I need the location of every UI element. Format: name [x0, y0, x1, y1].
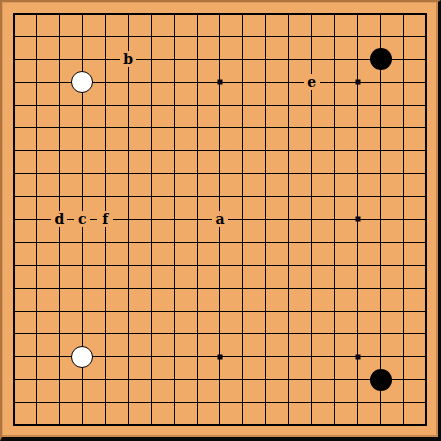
intersection-T3[interactable]: [415, 368, 438, 391]
intersection-A16[interactable]: [2, 71, 25, 94]
intersection-S12[interactable]: [392, 162, 415, 185]
intersection-K18[interactable]: [209, 25, 232, 48]
intersection-F3[interactable]: [117, 368, 140, 391]
intersection-T12[interactable]: [415, 162, 438, 185]
intersection-B9[interactable]: [25, 231, 48, 254]
intersection-N9[interactable]: [277, 231, 300, 254]
intersection-G13[interactable]: [140, 139, 163, 162]
intersection-A2[interactable]: [2, 391, 25, 414]
intersection-M18[interactable]: [254, 25, 277, 48]
intersection-O7[interactable]: [300, 277, 323, 300]
intersection-F8[interactable]: [117, 254, 140, 277]
intersection-O9[interactable]: [300, 231, 323, 254]
intersection-E13[interactable]: [94, 139, 117, 162]
intersection-O17[interactable]: [300, 48, 323, 71]
intersection-C4[interactable]: [48, 345, 71, 368]
intersection-M6[interactable]: [254, 300, 277, 323]
intersection-E8[interactable]: [94, 254, 117, 277]
intersection-F7[interactable]: [117, 277, 140, 300]
intersection-F13[interactable]: [117, 139, 140, 162]
intersection-B18[interactable]: [25, 25, 48, 48]
intersection-P3[interactable]: [323, 368, 346, 391]
intersection-K17[interactable]: [209, 48, 232, 71]
intersection-E6[interactable]: [94, 300, 117, 323]
intersection-G6[interactable]: [140, 300, 163, 323]
intersection-A12[interactable]: [2, 162, 25, 185]
intersection-D2[interactable]: [71, 391, 94, 414]
intersection-E15[interactable]: [94, 94, 117, 117]
intersection-Q17[interactable]: [346, 48, 369, 71]
intersection-L9[interactable]: [231, 231, 254, 254]
intersection-G7[interactable]: [140, 277, 163, 300]
intersection-K13[interactable]: [209, 139, 232, 162]
intersection-F11[interactable]: [117, 185, 140, 208]
intersection-D9[interactable]: [71, 231, 94, 254]
intersection-L4[interactable]: [231, 345, 254, 368]
intersection-E10[interactable]: f: [94, 208, 117, 231]
intersection-H5[interactable]: [163, 323, 186, 346]
intersection-Q3[interactable]: [346, 368, 369, 391]
intersection-D11[interactable]: [71, 185, 94, 208]
intersection-G18[interactable]: [140, 25, 163, 48]
intersection-M16[interactable]: [254, 71, 277, 94]
intersection-A13[interactable]: [2, 139, 25, 162]
intersection-C2[interactable]: [48, 391, 71, 414]
intersection-T11[interactable]: [415, 185, 438, 208]
intersection-H18[interactable]: [163, 25, 186, 48]
intersection-G2[interactable]: [140, 391, 163, 414]
intersection-E14[interactable]: [94, 116, 117, 139]
intersection-G10[interactable]: [140, 208, 163, 231]
intersection-F19[interactable]: [117, 2, 140, 25]
intersection-J13[interactable]: [186, 139, 209, 162]
intersection-C13[interactable]: [48, 139, 71, 162]
intersection-H4[interactable]: [163, 345, 186, 368]
intersection-Q2[interactable]: [346, 391, 369, 414]
intersection-L6[interactable]: [231, 300, 254, 323]
intersection-B11[interactable]: [25, 185, 48, 208]
intersection-S16[interactable]: [392, 71, 415, 94]
intersection-S8[interactable]: [392, 254, 415, 277]
intersection-J2[interactable]: [186, 391, 209, 414]
intersection-K4[interactable]: [209, 345, 232, 368]
intersection-P12[interactable]: [323, 162, 346, 185]
intersection-C5[interactable]: [48, 323, 71, 346]
intersection-N17[interactable]: [277, 48, 300, 71]
intersection-S11[interactable]: [392, 185, 415, 208]
intersection-B14[interactable]: [25, 116, 48, 139]
intersection-E2[interactable]: [94, 391, 117, 414]
intersection-S1[interactable]: [392, 414, 415, 437]
intersection-P17[interactable]: [323, 48, 346, 71]
intersection-S15[interactable]: [392, 94, 415, 117]
intersection-D19[interactable]: [71, 2, 94, 25]
intersection-O1[interactable]: [300, 414, 323, 437]
intersection-K6[interactable]: [209, 300, 232, 323]
intersection-T13[interactable]: [415, 139, 438, 162]
intersection-H2[interactable]: [163, 391, 186, 414]
intersection-O5[interactable]: [300, 323, 323, 346]
intersection-A10[interactable]: [2, 208, 25, 231]
intersection-C18[interactable]: [48, 25, 71, 48]
intersection-L2[interactable]: [231, 391, 254, 414]
intersection-N5[interactable]: [277, 323, 300, 346]
intersection-F9[interactable]: [117, 231, 140, 254]
intersection-T18[interactable]: [415, 25, 438, 48]
intersection-A9[interactable]: [2, 231, 25, 254]
intersection-J5[interactable]: [186, 323, 209, 346]
intersection-G8[interactable]: [140, 254, 163, 277]
intersection-Q12[interactable]: [346, 162, 369, 185]
intersection-E12[interactable]: [94, 162, 117, 185]
intersection-S18[interactable]: [392, 25, 415, 48]
intersection-F4[interactable]: [117, 345, 140, 368]
intersection-R14[interactable]: [369, 116, 392, 139]
intersection-S5[interactable]: [392, 323, 415, 346]
intersection-C11[interactable]: [48, 185, 71, 208]
intersection-O12[interactable]: [300, 162, 323, 185]
intersection-J1[interactable]: [186, 414, 209, 437]
intersection-C3[interactable]: [48, 368, 71, 391]
intersection-N16[interactable]: [277, 71, 300, 94]
intersection-Q8[interactable]: [346, 254, 369, 277]
intersection-A18[interactable]: [2, 25, 25, 48]
intersection-N1[interactable]: [277, 414, 300, 437]
intersection-R13[interactable]: [369, 139, 392, 162]
intersection-H10[interactable]: [163, 208, 186, 231]
intersection-K14[interactable]: [209, 116, 232, 139]
intersection-E7[interactable]: [94, 277, 117, 300]
intersection-N8[interactable]: [277, 254, 300, 277]
intersection-Q4[interactable]: [346, 345, 369, 368]
intersection-D3[interactable]: [71, 368, 94, 391]
intersection-D1[interactable]: [71, 414, 94, 437]
intersection-N2[interactable]: [277, 391, 300, 414]
intersection-O14[interactable]: [300, 116, 323, 139]
intersection-A6[interactable]: [2, 300, 25, 323]
intersection-N11[interactable]: [277, 185, 300, 208]
intersection-Q6[interactable]: [346, 300, 369, 323]
intersection-B16[interactable]: [25, 71, 48, 94]
intersection-B17[interactable]: [25, 48, 48, 71]
intersection-K5[interactable]: [209, 323, 232, 346]
intersection-P10[interactable]: [323, 208, 346, 231]
intersection-R3[interactable]: [369, 368, 392, 391]
intersection-M2[interactable]: [254, 391, 277, 414]
intersection-Q14[interactable]: [346, 116, 369, 139]
intersection-R7[interactable]: [369, 277, 392, 300]
intersection-T9[interactable]: [415, 231, 438, 254]
intersection-H11[interactable]: [163, 185, 186, 208]
intersection-R10[interactable]: [369, 208, 392, 231]
intersection-D14[interactable]: [71, 116, 94, 139]
intersection-S4[interactable]: [392, 345, 415, 368]
intersection-J7[interactable]: [186, 277, 209, 300]
intersection-D10[interactable]: c: [71, 208, 94, 231]
intersection-C15[interactable]: [48, 94, 71, 117]
intersection-B8[interactable]: [25, 254, 48, 277]
intersection-P2[interactable]: [323, 391, 346, 414]
intersection-N7[interactable]: [277, 277, 300, 300]
intersection-A11[interactable]: [2, 185, 25, 208]
intersection-O3[interactable]: [300, 368, 323, 391]
intersection-N15[interactable]: [277, 94, 300, 117]
intersection-G15[interactable]: [140, 94, 163, 117]
intersection-C1[interactable]: [48, 414, 71, 437]
intersection-C16[interactable]: [48, 71, 71, 94]
intersection-G1[interactable]: [140, 414, 163, 437]
intersection-F17[interactable]: b: [117, 48, 140, 71]
intersection-E4[interactable]: [94, 345, 117, 368]
intersection-R1[interactable]: [369, 414, 392, 437]
intersection-S6[interactable]: [392, 300, 415, 323]
intersection-P13[interactable]: [323, 139, 346, 162]
intersection-D4[interactable]: [71, 345, 94, 368]
intersection-T2[interactable]: [415, 391, 438, 414]
intersection-J11[interactable]: [186, 185, 209, 208]
intersection-K10[interactable]: a: [209, 208, 232, 231]
intersection-L10[interactable]: [231, 208, 254, 231]
intersection-A4[interactable]: [2, 345, 25, 368]
intersection-N10[interactable]: [277, 208, 300, 231]
intersection-J9[interactable]: [186, 231, 209, 254]
intersection-Q10[interactable]: [346, 208, 369, 231]
intersection-C9[interactable]: [48, 231, 71, 254]
intersection-P11[interactable]: [323, 185, 346, 208]
intersection-P8[interactable]: [323, 254, 346, 277]
intersection-F5[interactable]: [117, 323, 140, 346]
intersection-Q9[interactable]: [346, 231, 369, 254]
intersection-B6[interactable]: [25, 300, 48, 323]
intersection-B15[interactable]: [25, 94, 48, 117]
intersection-F10[interactable]: [117, 208, 140, 231]
intersection-S19[interactable]: [392, 2, 415, 25]
intersection-A19[interactable]: [2, 2, 25, 25]
intersection-E17[interactable]: [94, 48, 117, 71]
intersection-L16[interactable]: [231, 71, 254, 94]
intersection-G16[interactable]: [140, 71, 163, 94]
intersection-M4[interactable]: [254, 345, 277, 368]
intersection-M12[interactable]: [254, 162, 277, 185]
intersection-C10[interactable]: d: [48, 208, 71, 231]
intersection-S3[interactable]: [392, 368, 415, 391]
intersection-K19[interactable]: [209, 2, 232, 25]
intersection-T4[interactable]: [415, 345, 438, 368]
intersection-B12[interactable]: [25, 162, 48, 185]
intersection-P4[interactable]: [323, 345, 346, 368]
intersection-H19[interactable]: [163, 2, 186, 25]
intersection-T15[interactable]: [415, 94, 438, 117]
intersection-G5[interactable]: [140, 323, 163, 346]
intersection-S17[interactable]: [392, 48, 415, 71]
intersection-O19[interactable]: [300, 2, 323, 25]
intersection-K9[interactable]: [209, 231, 232, 254]
intersection-C19[interactable]: [48, 2, 71, 25]
intersection-J14[interactable]: [186, 116, 209, 139]
intersection-R16[interactable]: [369, 71, 392, 94]
intersection-J16[interactable]: [186, 71, 209, 94]
intersection-K2[interactable]: [209, 391, 232, 414]
intersection-B19[interactable]: [25, 2, 48, 25]
intersection-F1[interactable]: [117, 414, 140, 437]
intersection-L14[interactable]: [231, 116, 254, 139]
intersection-P6[interactable]: [323, 300, 346, 323]
intersection-N14[interactable]: [277, 116, 300, 139]
intersection-R6[interactable]: [369, 300, 392, 323]
intersection-R11[interactable]: [369, 185, 392, 208]
intersection-G4[interactable]: [140, 345, 163, 368]
intersection-H15[interactable]: [163, 94, 186, 117]
intersection-S9[interactable]: [392, 231, 415, 254]
intersection-E9[interactable]: [94, 231, 117, 254]
intersection-M11[interactable]: [254, 185, 277, 208]
intersection-O18[interactable]: [300, 25, 323, 48]
intersection-L11[interactable]: [231, 185, 254, 208]
intersection-O16[interactable]: e: [300, 71, 323, 94]
intersection-H8[interactable]: [163, 254, 186, 277]
intersection-L1[interactable]: [231, 414, 254, 437]
intersection-G19[interactable]: [140, 2, 163, 25]
intersection-Q13[interactable]: [346, 139, 369, 162]
intersection-S13[interactable]: [392, 139, 415, 162]
intersection-M10[interactable]: [254, 208, 277, 231]
intersection-M9[interactable]: [254, 231, 277, 254]
intersection-D17[interactable]: [71, 48, 94, 71]
intersection-L17[interactable]: [231, 48, 254, 71]
intersection-N13[interactable]: [277, 139, 300, 162]
intersection-H9[interactable]: [163, 231, 186, 254]
intersection-K7[interactable]: [209, 277, 232, 300]
intersection-J4[interactable]: [186, 345, 209, 368]
intersection-R12[interactable]: [369, 162, 392, 185]
intersection-C8[interactable]: [48, 254, 71, 277]
intersection-T1[interactable]: [415, 414, 438, 437]
intersection-K8[interactable]: [209, 254, 232, 277]
intersection-K3[interactable]: [209, 368, 232, 391]
intersection-B13[interactable]: [25, 139, 48, 162]
intersection-O15[interactable]: [300, 94, 323, 117]
intersection-F12[interactable]: [117, 162, 140, 185]
intersection-N19[interactable]: [277, 2, 300, 25]
intersection-Q1[interactable]: [346, 414, 369, 437]
intersection-A15[interactable]: [2, 94, 25, 117]
intersection-D13[interactable]: [71, 139, 94, 162]
intersection-Q7[interactable]: [346, 277, 369, 300]
intersection-C7[interactable]: [48, 277, 71, 300]
intersection-P15[interactable]: [323, 94, 346, 117]
intersection-F14[interactable]: [117, 116, 140, 139]
intersection-B7[interactable]: [25, 277, 48, 300]
intersection-B5[interactable]: [25, 323, 48, 346]
intersection-A14[interactable]: [2, 116, 25, 139]
intersection-T8[interactable]: [415, 254, 438, 277]
intersection-D5[interactable]: [71, 323, 94, 346]
intersection-D18[interactable]: [71, 25, 94, 48]
intersection-F16[interactable]: [117, 71, 140, 94]
intersection-S7[interactable]: [392, 277, 415, 300]
intersection-O4[interactable]: [300, 345, 323, 368]
intersection-R2[interactable]: [369, 391, 392, 414]
intersection-R17[interactable]: [369, 48, 392, 71]
intersection-R5[interactable]: [369, 323, 392, 346]
intersection-A8[interactable]: [2, 254, 25, 277]
intersection-T14[interactable]: [415, 116, 438, 139]
intersection-H13[interactable]: [163, 139, 186, 162]
intersection-M3[interactable]: [254, 368, 277, 391]
intersection-A5[interactable]: [2, 323, 25, 346]
intersection-K16[interactable]: [209, 71, 232, 94]
intersection-J3[interactable]: [186, 368, 209, 391]
intersection-D7[interactable]: [71, 277, 94, 300]
intersection-P7[interactable]: [323, 277, 346, 300]
intersection-M8[interactable]: [254, 254, 277, 277]
intersection-M7[interactable]: [254, 277, 277, 300]
intersection-G17[interactable]: [140, 48, 163, 71]
intersection-T5[interactable]: [415, 323, 438, 346]
intersection-A1[interactable]: [2, 414, 25, 437]
intersection-F18[interactable]: [117, 25, 140, 48]
intersection-E3[interactable]: [94, 368, 117, 391]
intersection-G11[interactable]: [140, 185, 163, 208]
intersection-L3[interactable]: [231, 368, 254, 391]
intersection-R18[interactable]: [369, 25, 392, 48]
intersection-E11[interactable]: [94, 185, 117, 208]
intersection-B10[interactable]: [25, 208, 48, 231]
intersection-C14[interactable]: [48, 116, 71, 139]
intersection-F2[interactable]: [117, 391, 140, 414]
intersection-Q15[interactable]: [346, 94, 369, 117]
intersection-K11[interactable]: [209, 185, 232, 208]
intersection-M17[interactable]: [254, 48, 277, 71]
intersection-T17[interactable]: [415, 48, 438, 71]
intersection-H16[interactable]: [163, 71, 186, 94]
intersection-H6[interactable]: [163, 300, 186, 323]
intersection-J8[interactable]: [186, 254, 209, 277]
intersection-S2[interactable]: [392, 391, 415, 414]
intersection-T16[interactable]: [415, 71, 438, 94]
intersection-N3[interactable]: [277, 368, 300, 391]
intersection-Q19[interactable]: [346, 2, 369, 25]
intersection-G12[interactable]: [140, 162, 163, 185]
intersection-M15[interactable]: [254, 94, 277, 117]
intersection-D16[interactable]: [71, 71, 94, 94]
intersection-P18[interactable]: [323, 25, 346, 48]
intersection-K1[interactable]: [209, 414, 232, 437]
intersection-G3[interactable]: [140, 368, 163, 391]
intersection-E16[interactable]: [94, 71, 117, 94]
intersection-L7[interactable]: [231, 277, 254, 300]
intersection-K12[interactable]: [209, 162, 232, 185]
intersection-B4[interactable]: [25, 345, 48, 368]
intersection-J12[interactable]: [186, 162, 209, 185]
intersection-C6[interactable]: [48, 300, 71, 323]
intersection-Q16[interactable]: [346, 71, 369, 94]
intersection-J18[interactable]: [186, 25, 209, 48]
intersection-H3[interactable]: [163, 368, 186, 391]
intersection-L15[interactable]: [231, 94, 254, 117]
intersection-A3[interactable]: [2, 368, 25, 391]
intersection-B1[interactable]: [25, 414, 48, 437]
intersection-E19[interactable]: [94, 2, 117, 25]
intersection-P5[interactable]: [323, 323, 346, 346]
intersection-P16[interactable]: [323, 71, 346, 94]
intersection-Q11[interactable]: [346, 185, 369, 208]
intersection-M5[interactable]: [254, 323, 277, 346]
intersection-O6[interactable]: [300, 300, 323, 323]
intersection-H12[interactable]: [163, 162, 186, 185]
intersection-E5[interactable]: [94, 323, 117, 346]
intersection-S10[interactable]: [392, 208, 415, 231]
